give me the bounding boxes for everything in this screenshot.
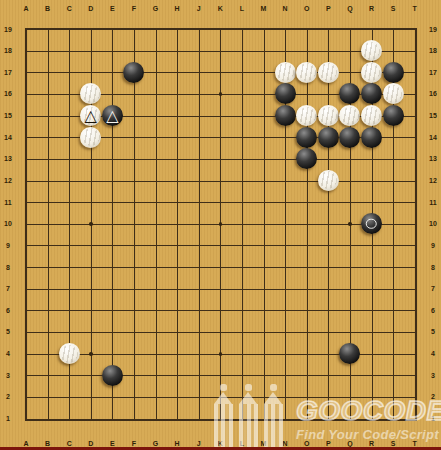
- board-cell[interactable]: [339, 105, 361, 127]
- board-cell[interactable]: [210, 300, 232, 322]
- board-cell[interactable]: [37, 213, 59, 235]
- board-cell[interactable]: [58, 278, 80, 300]
- board-cell[interactable]: [123, 18, 145, 40]
- board-cell[interactable]: [253, 148, 275, 170]
- board-cell[interactable]: [80, 300, 102, 322]
- board-cell[interactable]: [80, 278, 102, 300]
- board-cell[interactable]: [361, 61, 383, 83]
- board-cell[interactable]: [382, 256, 404, 278]
- board-cell[interactable]: [58, 408, 80, 430]
- board-cell[interactable]: [253, 364, 275, 386]
- board-cell[interactable]: [58, 40, 80, 62]
- board-cell[interactable]: [123, 256, 145, 278]
- board-cell[interactable]: [102, 235, 124, 257]
- board-cell[interactable]: [80, 408, 102, 430]
- board-cell[interactable]: [145, 278, 167, 300]
- board-cell[interactable]: [166, 235, 188, 257]
- board-cell[interactable]: [382, 40, 404, 62]
- board-cell[interactable]: [58, 343, 80, 365]
- board-cell[interactable]: [361, 213, 383, 235]
- board-cell[interactable]: [37, 300, 59, 322]
- board-cell[interactable]: [361, 105, 383, 127]
- board-cell[interactable]: [253, 18, 275, 40]
- board-cell[interactable]: [37, 105, 59, 127]
- board-cell[interactable]: [15, 300, 37, 322]
- board-cell[interactable]: [80, 364, 102, 386]
- board-cell[interactable]: [188, 408, 210, 430]
- board-cell[interactable]: [102, 321, 124, 343]
- board-cell[interactable]: [15, 170, 37, 192]
- board-cell[interactable]: [37, 18, 59, 40]
- board-cell[interactable]: [382, 191, 404, 213]
- board-cell[interactable]: [145, 83, 167, 105]
- board-cell[interactable]: [404, 364, 426, 386]
- board-cell[interactable]: [382, 364, 404, 386]
- board-cell[interactable]: [274, 148, 296, 170]
- board-cell[interactable]: [145, 256, 167, 278]
- board-cell[interactable]: [382, 343, 404, 365]
- board-cell[interactable]: [231, 364, 253, 386]
- board-cell[interactable]: [80, 386, 102, 408]
- board-cell[interactable]: [145, 343, 167, 365]
- board-cell[interactable]: [296, 213, 318, 235]
- board-cell[interactable]: [296, 61, 318, 83]
- board-cell[interactable]: [318, 321, 340, 343]
- board-cell[interactable]: [296, 148, 318, 170]
- board-cell[interactable]: [231, 321, 253, 343]
- board-cell[interactable]: [318, 408, 340, 430]
- board-cell[interactable]: [58, 126, 80, 148]
- board-cell[interactable]: [102, 256, 124, 278]
- board-cell[interactable]: [382, 213, 404, 235]
- board-cell[interactable]: [296, 18, 318, 40]
- board-cell[interactable]: [145, 40, 167, 62]
- board-cell[interactable]: [274, 83, 296, 105]
- board-cell[interactable]: [404, 213, 426, 235]
- board-cell[interactable]: [37, 40, 59, 62]
- board-cell[interactable]: [253, 40, 275, 62]
- board-cell[interactable]: [80, 343, 102, 365]
- board-cell[interactable]: [404, 191, 426, 213]
- board-cell[interactable]: [123, 40, 145, 62]
- board-cell[interactable]: [339, 18, 361, 40]
- board-cell[interactable]: [37, 386, 59, 408]
- board-cell[interactable]: [339, 191, 361, 213]
- board-cell[interactable]: △: [102, 105, 124, 127]
- board-cell[interactable]: [166, 213, 188, 235]
- board-cell[interactable]: [318, 256, 340, 278]
- board-cell[interactable]: [361, 300, 383, 322]
- board-cell[interactable]: [210, 148, 232, 170]
- board-cell[interactable]: [404, 278, 426, 300]
- board-cell[interactable]: [404, 148, 426, 170]
- board-cell[interactable]: [188, 18, 210, 40]
- board-cell[interactable]: [296, 386, 318, 408]
- board-cell[interactable]: [80, 83, 102, 105]
- board-cell[interactable]: [123, 300, 145, 322]
- board-cell[interactable]: [231, 300, 253, 322]
- board-cell[interactable]: [318, 18, 340, 40]
- board-cell[interactable]: [231, 256, 253, 278]
- board-cell[interactable]: [145, 213, 167, 235]
- board-cell[interactable]: [102, 386, 124, 408]
- board-cell[interactable]: [253, 256, 275, 278]
- board-cell[interactable]: [102, 364, 124, 386]
- board-cell[interactable]: [296, 408, 318, 430]
- board-cell[interactable]: [145, 300, 167, 322]
- board-cell[interactable]: [253, 61, 275, 83]
- board-cell[interactable]: [231, 105, 253, 127]
- board-cell[interactable]: [404, 170, 426, 192]
- board-cell[interactable]: [188, 191, 210, 213]
- board-cell[interactable]: [404, 300, 426, 322]
- board-cell[interactable]: [166, 256, 188, 278]
- board-cell[interactable]: [15, 18, 37, 40]
- board-cell[interactable]: [253, 278, 275, 300]
- board-cell[interactable]: [231, 61, 253, 83]
- board-cell[interactable]: [382, 148, 404, 170]
- board-cell[interactable]: [166, 105, 188, 127]
- board-cell[interactable]: [339, 83, 361, 105]
- board-cell[interactable]: [58, 105, 80, 127]
- board-cell[interactable]: [361, 126, 383, 148]
- board-cell[interactable]: [123, 148, 145, 170]
- board-cell[interactable]: [188, 343, 210, 365]
- board-cell[interactable]: [318, 170, 340, 192]
- board-cell[interactable]: [58, 256, 80, 278]
- board-cell[interactable]: [339, 235, 361, 257]
- board-cell[interactable]: [37, 148, 59, 170]
- board-cell[interactable]: [274, 256, 296, 278]
- board-cell[interactable]: [166, 386, 188, 408]
- board-cell[interactable]: [123, 126, 145, 148]
- board-cell[interactable]: [188, 148, 210, 170]
- board-cell[interactable]: [210, 386, 232, 408]
- board-cell[interactable]: [339, 256, 361, 278]
- board-cell[interactable]: [145, 191, 167, 213]
- board-cell[interactable]: [188, 321, 210, 343]
- board-cell[interactable]: [231, 170, 253, 192]
- board-cell[interactable]: [123, 191, 145, 213]
- board-cell[interactable]: [102, 148, 124, 170]
- board-cell[interactable]: [166, 148, 188, 170]
- board-cell[interactable]: [80, 170, 102, 192]
- board-cell[interactable]: [382, 321, 404, 343]
- board-cell[interactable]: [253, 386, 275, 408]
- board-cell[interactable]: [318, 148, 340, 170]
- board-cell[interactable]: [253, 191, 275, 213]
- board-cell[interactable]: [274, 126, 296, 148]
- board-cell[interactable]: [210, 61, 232, 83]
- board-cell[interactable]: [361, 235, 383, 257]
- board-cell[interactable]: [318, 343, 340, 365]
- board-cell[interactable]: [296, 126, 318, 148]
- board-cell[interactable]: [361, 148, 383, 170]
- board-cell[interactable]: [339, 278, 361, 300]
- board-cell[interactable]: [15, 343, 37, 365]
- board-cell[interactable]: [37, 126, 59, 148]
- board-cell[interactable]: [102, 83, 124, 105]
- board-cell[interactable]: [210, 105, 232, 127]
- board-cell[interactable]: [58, 364, 80, 386]
- board-cell[interactable]: [123, 408, 145, 430]
- board-cell[interactable]: [296, 40, 318, 62]
- board-cell[interactable]: [102, 300, 124, 322]
- board-cell[interactable]: [145, 364, 167, 386]
- board-cell[interactable]: [339, 408, 361, 430]
- board-cell[interactable]: [318, 278, 340, 300]
- board-cell[interactable]: [361, 408, 383, 430]
- board-cell[interactable]: [318, 61, 340, 83]
- board-cell[interactable]: [188, 170, 210, 192]
- board-cell[interactable]: [274, 343, 296, 365]
- board-cell[interactable]: [274, 278, 296, 300]
- board-cell[interactable]: [296, 170, 318, 192]
- board-cell[interactable]: [58, 148, 80, 170]
- board-cell[interactable]: [339, 213, 361, 235]
- board-cell[interactable]: [80, 126, 102, 148]
- board-cell[interactable]: [382, 300, 404, 322]
- board-cell[interactable]: [210, 18, 232, 40]
- board-cell[interactable]: [382, 278, 404, 300]
- board-cell[interactable]: [188, 256, 210, 278]
- board-cell[interactable]: [210, 364, 232, 386]
- board-cell[interactable]: [404, 235, 426, 257]
- board-cell[interactable]: [274, 408, 296, 430]
- board-cell[interactable]: [382, 18, 404, 40]
- board-cell[interactable]: [361, 256, 383, 278]
- board-cell[interactable]: [37, 256, 59, 278]
- board-cell[interactable]: [404, 343, 426, 365]
- board-cell[interactable]: [318, 213, 340, 235]
- board-cell[interactable]: [37, 408, 59, 430]
- board-cell[interactable]: [188, 386, 210, 408]
- board-cell[interactable]: [15, 61, 37, 83]
- board-cell[interactable]: [404, 321, 426, 343]
- board-cell[interactable]: [15, 126, 37, 148]
- board-cell[interactable]: [231, 191, 253, 213]
- board-cell[interactable]: [296, 343, 318, 365]
- board-cell[interactable]: [188, 213, 210, 235]
- board-cell[interactable]: [339, 386, 361, 408]
- board-cell[interactable]: [339, 364, 361, 386]
- board-cell[interactable]: [361, 170, 383, 192]
- board-cell[interactable]: [404, 61, 426, 83]
- board-cell[interactable]: [296, 191, 318, 213]
- board-cell[interactable]: [188, 126, 210, 148]
- board-cell[interactable]: [123, 105, 145, 127]
- board-cell[interactable]: [253, 321, 275, 343]
- board-cell[interactable]: [231, 343, 253, 365]
- board-cell[interactable]: [274, 191, 296, 213]
- board-cell[interactable]: [80, 321, 102, 343]
- board-cell[interactable]: [404, 83, 426, 105]
- board-cell[interactable]: [404, 40, 426, 62]
- board-cell[interactable]: [296, 300, 318, 322]
- board-cell[interactable]: [58, 83, 80, 105]
- board-cell[interactable]: [296, 364, 318, 386]
- board-cell[interactable]: [166, 364, 188, 386]
- board-cell[interactable]: [361, 343, 383, 365]
- board-cell[interactable]: [339, 343, 361, 365]
- board-cell[interactable]: [253, 408, 275, 430]
- board-cell[interactable]: [145, 18, 167, 40]
- board-cell[interactable]: [318, 105, 340, 127]
- board-cell[interactable]: [404, 408, 426, 430]
- board-cell[interactable]: [102, 191, 124, 213]
- board-cell[interactable]: [58, 18, 80, 40]
- board-cell[interactable]: [382, 170, 404, 192]
- board-cell[interactable]: [145, 170, 167, 192]
- board-cell[interactable]: [210, 213, 232, 235]
- board-cell[interactable]: [231, 278, 253, 300]
- board-cell[interactable]: [123, 278, 145, 300]
- board-cell[interactable]: [253, 83, 275, 105]
- board-cell[interactable]: [123, 364, 145, 386]
- board-cell[interactable]: [15, 386, 37, 408]
- board-cell[interactable]: [15, 191, 37, 213]
- board-cell[interactable]: [382, 83, 404, 105]
- board-cell[interactable]: [188, 40, 210, 62]
- board-cell[interactable]: [404, 386, 426, 408]
- board-cell[interactable]: [58, 213, 80, 235]
- board-cell[interactable]: [296, 256, 318, 278]
- board-cell[interactable]: [274, 18, 296, 40]
- board-cell[interactable]: [274, 300, 296, 322]
- board-cell[interactable]: [188, 278, 210, 300]
- board-cell[interactable]: [58, 170, 80, 192]
- board-cell[interactable]: [15, 83, 37, 105]
- board-cell[interactable]: [382, 235, 404, 257]
- board-cell[interactable]: [166, 343, 188, 365]
- board-cell[interactable]: [188, 364, 210, 386]
- board-cell[interactable]: [361, 386, 383, 408]
- board-cell[interactable]: [166, 191, 188, 213]
- board-cell[interactable]: [102, 213, 124, 235]
- board-cell[interactable]: [339, 170, 361, 192]
- board-cell[interactable]: [80, 213, 102, 235]
- board-cell[interactable]: [210, 256, 232, 278]
- board-cell[interactable]: [296, 105, 318, 127]
- board-cell[interactable]: [339, 40, 361, 62]
- board-cell[interactable]: [210, 321, 232, 343]
- board-cell[interactable]: [231, 235, 253, 257]
- board-cell[interactable]: [253, 126, 275, 148]
- board-cell[interactable]: [15, 364, 37, 386]
- board-cell[interactable]: [361, 321, 383, 343]
- board-cell[interactable]: [188, 83, 210, 105]
- board-cell[interactable]: [123, 386, 145, 408]
- board-cell[interactable]: [231, 83, 253, 105]
- board-cell[interactable]: [80, 40, 102, 62]
- board-cell[interactable]: [15, 40, 37, 62]
- board-cell[interactable]: [339, 321, 361, 343]
- board-cell[interactable]: [274, 235, 296, 257]
- board-cell[interactable]: [166, 300, 188, 322]
- board-cell[interactable]: [296, 83, 318, 105]
- board-cell[interactable]: [145, 61, 167, 83]
- board-cell[interactable]: [253, 343, 275, 365]
- board-cell[interactable]: [361, 278, 383, 300]
- board-cell[interactable]: [58, 386, 80, 408]
- board-cell[interactable]: [253, 213, 275, 235]
- board-cell[interactable]: [166, 278, 188, 300]
- board-cell[interactable]: [58, 300, 80, 322]
- board-cell[interactable]: [145, 235, 167, 257]
- board-cell[interactable]: [123, 213, 145, 235]
- board-cell[interactable]: [210, 408, 232, 430]
- board-cell[interactable]: [339, 148, 361, 170]
- board-cell[interactable]: [318, 40, 340, 62]
- board-cell[interactable]: [318, 386, 340, 408]
- board-cell[interactable]: [296, 235, 318, 257]
- board-cell[interactable]: [37, 343, 59, 365]
- board-cell[interactable]: [231, 126, 253, 148]
- board-cell[interactable]: [361, 191, 383, 213]
- board-cell[interactable]: [231, 148, 253, 170]
- board-cell[interactable]: [102, 278, 124, 300]
- board-cell[interactable]: [339, 61, 361, 83]
- board-cell[interactable]: [274, 213, 296, 235]
- board-cell[interactable]: [188, 300, 210, 322]
- board-cell[interactable]: [37, 170, 59, 192]
- board-cell[interactable]: [210, 40, 232, 62]
- board-cell[interactable]: [404, 105, 426, 127]
- board-cell[interactable]: [166, 321, 188, 343]
- board-cell[interactable]: [37, 235, 59, 257]
- board-cell[interactable]: [274, 105, 296, 127]
- board-cell[interactable]: [123, 61, 145, 83]
- board-cell[interactable]: [404, 126, 426, 148]
- board-cell[interactable]: [15, 235, 37, 257]
- board-cell[interactable]: [231, 386, 253, 408]
- board-cell[interactable]: [166, 83, 188, 105]
- board-cell[interactable]: [231, 213, 253, 235]
- board-cell[interactable]: [123, 170, 145, 192]
- board-cell[interactable]: [210, 170, 232, 192]
- board-cell[interactable]: [37, 83, 59, 105]
- board-cell[interactable]: [231, 40, 253, 62]
- board-cell[interactable]: [361, 364, 383, 386]
- board-cell[interactable]: [166, 126, 188, 148]
- board-cell[interactable]: [296, 321, 318, 343]
- board-cell[interactable]: [274, 61, 296, 83]
- board-cell[interactable]: [58, 191, 80, 213]
- board-cell[interactable]: [404, 256, 426, 278]
- board-cell[interactable]: [102, 61, 124, 83]
- board-cell[interactable]: [274, 170, 296, 192]
- board-cell[interactable]: [318, 191, 340, 213]
- board-cell[interactable]: [15, 321, 37, 343]
- board-cell[interactable]: [123, 343, 145, 365]
- board-cell[interactable]: [102, 170, 124, 192]
- board-cell[interactable]: [58, 321, 80, 343]
- board-cell[interactable]: [15, 213, 37, 235]
- board-cell[interactable]: [253, 170, 275, 192]
- board-cell[interactable]: [102, 343, 124, 365]
- board-cell[interactable]: [318, 364, 340, 386]
- board-cell[interactable]: [102, 408, 124, 430]
- board-cell[interactable]: [58, 235, 80, 257]
- board-cell[interactable]: [318, 235, 340, 257]
- board-cell[interactable]: [15, 148, 37, 170]
- board-cell[interactable]: [15, 256, 37, 278]
- board-cell[interactable]: [15, 408, 37, 430]
- board-cell[interactable]: [210, 343, 232, 365]
- board-cell[interactable]: [210, 191, 232, 213]
- board-cell[interactable]: [382, 126, 404, 148]
- board-cell[interactable]: [404, 18, 426, 40]
